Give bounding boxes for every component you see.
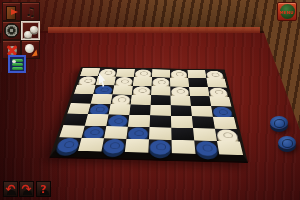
checker-blue[interactable]: ● xyxy=(82,125,107,138)
checker-white[interactable]: ● xyxy=(208,87,229,97)
square-h4[interactable]: ● xyxy=(211,106,234,117)
checker-white[interactable]: ● xyxy=(111,94,132,104)
square-e5[interactable] xyxy=(151,95,171,105)
square-f1[interactable] xyxy=(172,140,196,154)
table-edge-highlight xyxy=(48,27,260,33)
board-grid[interactable]: ●●●●●●●●●●●●●●●●●●●●●● xyxy=(50,67,248,162)
square-f3[interactable] xyxy=(171,116,193,128)
checkers-game-button[interactable] xyxy=(21,21,40,40)
square-e7[interactable]: ● xyxy=(152,77,171,86)
square-d1[interactable] xyxy=(125,139,149,153)
checker-blue[interactable]: ● xyxy=(148,139,172,153)
checker-white[interactable]: ● xyxy=(114,77,134,86)
game-window: ●●●●●●●●●●●●●●●●●●●●●● ♫ ↶ ↷ ? xyxy=(0,0,300,200)
square-e1[interactable]: ● xyxy=(148,139,172,153)
music-notes-icon: ♫ xyxy=(25,5,36,19)
checker-white[interactable]: ● xyxy=(152,77,171,86)
question-mark-icon: ? xyxy=(40,184,46,195)
square-d4[interactable] xyxy=(129,104,150,115)
checker-white[interactable]: ● xyxy=(132,86,152,96)
darts-game-button[interactable] xyxy=(2,21,21,40)
hint-button[interactable]: ? xyxy=(36,181,51,197)
chip-dot-icon xyxy=(12,60,16,63)
square-h1[interactable] xyxy=(217,141,243,155)
checker-piece-icon xyxy=(30,26,38,33)
square-g1[interactable]: ● xyxy=(194,140,219,154)
square-h2[interactable]: ● xyxy=(215,128,240,141)
checkers-board: ●●●●●●●●●●●●●●●●●●●●●● xyxy=(50,67,248,162)
square-b4[interactable]: ● xyxy=(88,104,111,115)
checker-blue[interactable]: ● xyxy=(106,115,129,127)
square-f4[interactable] xyxy=(171,105,192,116)
square-e3[interactable] xyxy=(150,115,172,127)
exit-arrow-icon xyxy=(11,9,18,15)
music-button[interactable]: ♫ xyxy=(21,2,40,21)
checker-blue[interactable]: ● xyxy=(194,140,219,154)
captured-blue-checker xyxy=(270,116,288,129)
square-d5[interactable] xyxy=(131,95,152,105)
undo-button[interactable]: ↶ xyxy=(3,181,18,197)
square-e6[interactable] xyxy=(151,86,170,96)
square-b2[interactable]: ● xyxy=(82,125,107,138)
square-f6[interactable]: ● xyxy=(170,86,190,96)
square-g3[interactable] xyxy=(192,116,215,128)
square-d6[interactable]: ● xyxy=(132,86,152,96)
square-h6[interactable]: ● xyxy=(208,87,229,97)
menu-circle-icon: MENU xyxy=(280,4,295,19)
checker-blue[interactable]: ● xyxy=(211,106,234,117)
checker-blue[interactable]: ● xyxy=(88,104,111,115)
captured-blue-checker xyxy=(278,136,296,149)
square-f2[interactable] xyxy=(171,127,194,140)
square-c1[interactable]: ● xyxy=(101,138,126,152)
square-c5[interactable]: ● xyxy=(111,94,132,104)
chips-button[interactable] xyxy=(8,55,26,73)
square-g7[interactable] xyxy=(188,78,208,87)
checker-white[interactable]: ● xyxy=(215,128,240,141)
checker-blue[interactable]: ● xyxy=(126,126,149,139)
square-g5[interactable] xyxy=(190,96,211,106)
redo-arrow-icon: ↷ xyxy=(21,183,31,195)
square-g6[interactable] xyxy=(189,87,209,97)
exit-button[interactable] xyxy=(2,2,21,21)
undo-arrow-icon: ↶ xyxy=(5,183,15,195)
square-c3[interactable]: ● xyxy=(106,115,129,127)
square-d2[interactable]: ● xyxy=(126,126,149,139)
green-chip-icon xyxy=(12,67,23,70)
square-g4[interactable] xyxy=(191,106,213,117)
redo-button[interactable]: ↷ xyxy=(19,181,34,197)
dartboard-icon xyxy=(4,23,19,38)
menu-label: MENU xyxy=(280,9,294,14)
wedge-icon xyxy=(31,50,38,57)
menu-button[interactable]: MENU xyxy=(277,2,297,21)
square-c7[interactable]: ● xyxy=(114,77,134,86)
square-e4[interactable] xyxy=(150,105,171,116)
checker-white[interactable]: ● xyxy=(170,86,190,96)
checker-blue[interactable]: ● xyxy=(101,138,126,152)
square-f5[interactable] xyxy=(170,95,190,105)
square-b1[interactable] xyxy=(78,138,104,152)
